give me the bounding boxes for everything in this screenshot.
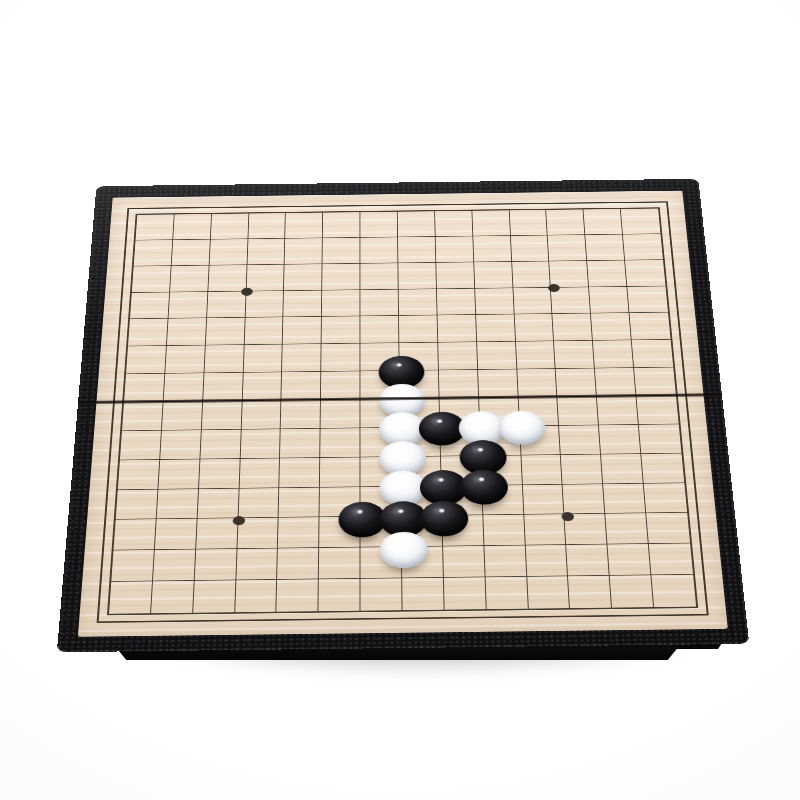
grid-cell (167, 318, 207, 346)
grid-cell (632, 340, 673, 368)
grid-cell (196, 518, 238, 549)
grid-cell (320, 457, 360, 487)
grid-cell (597, 396, 639, 425)
grid-cell (194, 549, 237, 581)
grid-cell (517, 369, 558, 398)
grid-cell (155, 519, 198, 550)
grid-cell (245, 291, 284, 318)
grid-cell (593, 340, 634, 368)
grid-cell (277, 548, 319, 580)
grid-cell (282, 372, 322, 401)
grid-cell (238, 488, 280, 519)
grid-cell (199, 459, 241, 489)
grid-cell (444, 577, 487, 609)
grid-cell (623, 234, 663, 260)
grid-cell (130, 292, 170, 319)
grid-cell (285, 238, 323, 264)
grid-cell (630, 313, 671, 341)
grid-cell (398, 237, 436, 263)
grid-cell (320, 428, 360, 458)
grid-cell (591, 313, 632, 341)
grid-cell (134, 240, 173, 266)
grid-cell (522, 484, 564, 515)
grid-cell (599, 425, 641, 455)
photo-background (0, 0, 800, 800)
grid-cell (608, 544, 652, 576)
grid-cell (278, 517, 320, 548)
grid-cell (513, 287, 553, 314)
grid-cell (443, 546, 485, 578)
grid-cell (118, 460, 160, 490)
grid-cell (128, 319, 168, 347)
grid-cell (475, 288, 514, 315)
grid-cell (136, 214, 175, 240)
grid-cell (162, 401, 203, 430)
grid-cell (509, 210, 548, 236)
grid-cell (584, 209, 623, 235)
grid-cell (563, 484, 606, 515)
grid-cell (639, 424, 682, 454)
grid-cell (606, 513, 649, 544)
grid-cell (483, 515, 525, 546)
grid-cell (322, 263, 360, 290)
grid-cell (284, 290, 323, 317)
grid-15x15 (107, 207, 698, 615)
grid-cell (156, 489, 198, 520)
grid-cell (319, 548, 361, 580)
grid-cell (601, 454, 644, 484)
grid-cell (603, 483, 646, 514)
grid-cell (402, 578, 444, 610)
grid-cell (168, 292, 208, 319)
grid-cell (323, 238, 361, 264)
grid-cell (319, 579, 361, 611)
grid-cell (284, 264, 322, 291)
grid-cell (525, 545, 568, 577)
grid-cell (246, 264, 285, 291)
grid-cell (587, 260, 627, 287)
black-stone-i4 (420, 500, 469, 536)
grid-cell (559, 425, 601, 455)
grid-cell (514, 314, 554, 342)
grid-cell (610, 575, 654, 607)
grid-cell (243, 345, 283, 373)
grid-cell (556, 368, 597, 397)
grid-cell (361, 289, 399, 316)
grid-cell (644, 483, 687, 514)
grid-cell (235, 580, 278, 612)
grid-cell (240, 429, 281, 459)
board-tilt-layer (0, 0, 800, 800)
grid-cell (652, 575, 697, 607)
white-stone-h3 (380, 531, 429, 568)
grid-cell (171, 239, 210, 265)
grid-cell (484, 546, 527, 578)
grid-cell (595, 368, 636, 397)
grid-cell (472, 210, 510, 236)
grid-cell (281, 400, 321, 429)
grid-cell (646, 513, 690, 544)
grid-cell (361, 237, 399, 263)
grid-cell (277, 579, 319, 611)
grid-cell (207, 291, 246, 318)
grid-cell (554, 341, 595, 369)
grid-cell (321, 344, 360, 372)
grid-cell (160, 430, 201, 460)
star-point (548, 284, 560, 292)
grid-cell (621, 209, 661, 235)
grid-cell (323, 212, 361, 238)
grid-cell (437, 315, 476, 343)
grid-cell (286, 213, 324, 239)
grid-cell (568, 576, 612, 608)
grid-cell (113, 519, 156, 550)
grid-cell (153, 550, 196, 582)
grid-cell (239, 458, 280, 488)
grid-cell (193, 580, 236, 612)
grid-cell (173, 214, 212, 240)
grid-cell (524, 514, 567, 545)
grid-cell (438, 342, 478, 370)
grid-cell (649, 544, 693, 576)
grid-cell (485, 577, 528, 609)
grid-cell (242, 372, 282, 401)
grid-cell (399, 316, 438, 344)
grid-cell (625, 260, 665, 287)
grid-cell (244, 317, 283, 345)
grid-cell (478, 369, 518, 398)
grid-cell (641, 453, 684, 483)
grid-cell (200, 430, 241, 460)
grid-cell (511, 235, 550, 261)
grid-cell (279, 487, 320, 518)
grid-cell (241, 400, 281, 429)
grid-cell (361, 578, 403, 610)
grid-cell (111, 550, 154, 582)
gomoku-board (57, 179, 749, 652)
grid-cell (637, 396, 679, 425)
grid-cell (322, 317, 361, 345)
grid-cell (116, 489, 159, 520)
grid-cell (567, 545, 610, 577)
grid-cell (165, 346, 205, 374)
grid-cell (361, 212, 399, 238)
grid-cell (208, 265, 247, 292)
grid-cell (280, 458, 321, 488)
grid-cell (321, 371, 360, 400)
grid-cell (586, 234, 626, 260)
grid-cell (282, 344, 321, 372)
grid-cell (477, 342, 517, 370)
grid-cell (474, 262, 513, 289)
grid-cell (361, 316, 400, 344)
grid-cell (476, 315, 516, 343)
grid-cell (553, 314, 593, 342)
grid-cell (201, 401, 242, 430)
grid-cell (435, 211, 473, 237)
grid-cell (589, 287, 629, 314)
grid-cell (398, 211, 436, 237)
grid-cell (516, 341, 556, 369)
grid-cell (548, 235, 587, 261)
grid-cell (398, 263, 436, 290)
grid-cell (521, 455, 563, 485)
grid-cell (321, 399, 361, 428)
grid-cell (120, 431, 162, 461)
grid-cell (627, 286, 668, 313)
grid-cell (361, 263, 399, 290)
grid-cell (634, 368, 676, 397)
grid-cell (435, 236, 473, 262)
grid-cell (132, 266, 172, 293)
grid-cell (236, 549, 278, 581)
grid-cell (170, 265, 209, 292)
grid-cell (124, 374, 165, 403)
grid-cell (197, 488, 239, 519)
grid-cell (163, 373, 204, 402)
grid-cell (439, 370, 479, 399)
grid-cell (151, 581, 194, 613)
grid-cell (203, 373, 243, 402)
grid-cell (204, 345, 244, 373)
grid-cell (512, 261, 551, 288)
grid-cell (247, 239, 285, 265)
grid-cell (158, 459, 200, 489)
grid-cell (283, 317, 322, 345)
grid-cell (126, 346, 167, 374)
grid-cell (437, 288, 476, 315)
grid-cell (211, 214, 249, 240)
grid-cell (322, 290, 360, 317)
grid-cell (205, 318, 245, 346)
grid-cell (473, 236, 512, 262)
grid-cell (399, 289, 438, 316)
grid-cell (527, 576, 570, 608)
grid-cell (122, 402, 163, 431)
grid-cell (561, 454, 603, 484)
grid-cell (436, 262, 475, 289)
grid-cell (248, 213, 286, 239)
grid-cell (280, 429, 320, 459)
grid-cell (209, 239, 248, 265)
grid-cell (558, 397, 599, 426)
grid-cell (546, 209, 585, 235)
grid-cell (109, 581, 153, 613)
